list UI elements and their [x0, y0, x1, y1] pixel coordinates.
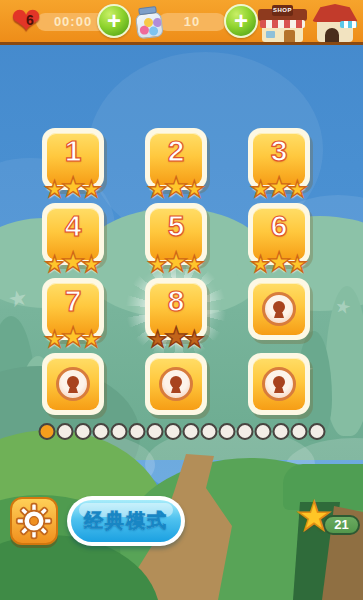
bg-star-icon: ★	[334, 297, 353, 318]
bg-star-icon: ★	[6, 286, 30, 312]
booster-count: 10	[184, 14, 200, 29]
add-lives-button[interactable]: +	[97, 4, 131, 38]
top-bar: 00:00 ❤ 6 + 10 + SHOP	[0, 0, 363, 45]
page-dot-12[interactable]	[236, 423, 253, 440]
star-icon: ★	[81, 253, 102, 276]
classic-mode-button[interactable]: 经典模式	[67, 496, 185, 546]
add-boosters-button[interactable]: +	[224, 4, 258, 38]
level-number: 3	[253, 134, 305, 168]
locked-level-tile[interactable]	[248, 278, 310, 340]
page-dot-15[interactable]	[290, 423, 307, 440]
level-tile-2[interactable]: 2 ★★★	[145, 128, 207, 190]
level-tile-7[interactable]: 7 ★★★	[42, 278, 104, 340]
level-tile-8-current[interactable]: 8 ★★★	[145, 278, 207, 340]
stars-earned: ★★★	[149, 174, 202, 201]
page-dot-2[interactable]	[56, 423, 73, 440]
booster-count-pill: 10	[158, 13, 226, 31]
page-dot-9[interactable]	[182, 423, 199, 440]
stars-earned: ★★★	[252, 249, 305, 276]
page-dot-11[interactable]	[218, 423, 235, 440]
page-dot-7[interactable]	[146, 423, 163, 440]
stars-earned: ★★★	[46, 174, 99, 201]
shop-sign: SHOP	[272, 5, 293, 16]
stars-earned: ★★★	[149, 249, 202, 276]
level-tile-1[interactable]: 1 ★★★	[42, 128, 104, 190]
stars-earned: ★★★	[252, 174, 305, 201]
gear-icon	[15, 502, 53, 540]
star-icon: ★	[287, 178, 308, 201]
home-button[interactable]	[312, 4, 358, 42]
star-icon: ★	[287, 253, 308, 276]
level-tile-5[interactable]: 5 ★★★	[145, 203, 207, 265]
level-tile-3[interactable]: 3 ★★★	[248, 128, 310, 190]
level-number: 7	[47, 284, 99, 318]
star-icon: ★	[184, 178, 205, 201]
gold-star-icon: ★	[296, 494, 332, 538]
locked-level-tile[interactable]	[248, 353, 310, 415]
page-dot-16[interactable]	[308, 423, 325, 440]
level-number: 1	[47, 134, 99, 168]
page-dot-8[interactable]	[164, 423, 181, 440]
lock-icon	[56, 367, 90, 401]
star-icon: ★	[184, 328, 205, 351]
level-grid: 1 ★★★ 2 ★★★ 3 ★★★ 4 ★★★ 5 ★★★ 6 ★★★ 7 ★★…	[42, 128, 310, 415]
page-dot-14[interactable]	[272, 423, 289, 440]
lives-count: 6	[26, 12, 34, 28]
stars-total: 21	[334, 517, 348, 532]
level-number: 8	[150, 284, 202, 318]
shop-button[interactable]: SHOP	[258, 5, 307, 42]
page-dot-3[interactable]	[74, 423, 91, 440]
page-dot-13[interactable]	[254, 423, 271, 440]
classic-mode-label: 经典模式	[84, 508, 168, 534]
stars-earned: ★★★	[46, 249, 99, 276]
star-icon: ★	[184, 253, 205, 276]
settings-button[interactable]	[10, 497, 58, 545]
level-tile-6[interactable]: 6 ★★★	[248, 203, 310, 265]
lives-timer: 00:00	[54, 14, 92, 29]
lock-icon	[262, 292, 296, 326]
page-dot-5[interactable]	[110, 423, 127, 440]
game-screen: ★ ★ ★ ★ ★ 00:00 ❤ 6 +	[0, 0, 363, 600]
page-dots	[38, 423, 325, 440]
locked-level-tile[interactable]	[145, 353, 207, 415]
page-dot-4[interactable]	[92, 423, 109, 440]
stars-earned: ★★★	[46, 324, 99, 351]
booster-jar-icon	[134, 6, 164, 40]
total-stars-badge: 21 ★	[296, 498, 362, 542]
level-number: 6	[253, 209, 305, 243]
level-tile-4[interactable]: 4 ★★★	[42, 203, 104, 265]
star-icon: ★	[81, 178, 102, 201]
lock-icon	[159, 367, 193, 401]
home-roof	[312, 4, 358, 22]
level-number: 4	[47, 209, 99, 243]
lock-icon	[262, 367, 296, 401]
page-dot-10[interactable]	[200, 423, 217, 440]
page-dot-1-active[interactable]	[38, 423, 55, 440]
stars-unearned: ★★★	[149, 324, 202, 351]
star-icon: ★	[81, 328, 102, 351]
locked-level-tile[interactable]	[42, 353, 104, 415]
page-dot-6[interactable]	[128, 423, 145, 440]
level-number: 2	[150, 134, 202, 168]
level-number: 5	[150, 209, 202, 243]
lives-indicator: ❤ 6	[11, 1, 49, 41]
